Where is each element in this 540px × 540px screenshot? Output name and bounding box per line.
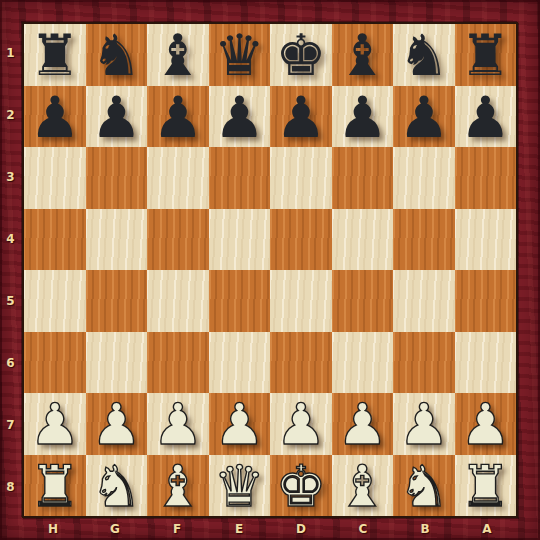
square-G5[interactable] [86,270,148,332]
piece-black-rook[interactable]: ♜ [29,27,80,84]
square-F8[interactable]: ♝ [147,455,209,517]
piece-white-pawn[interactable]: ♟ [398,396,449,453]
square-E4[interactable] [209,209,271,271]
square-C3[interactable] [332,147,394,209]
square-H1[interactable]: ♜ [24,24,86,86]
square-G4[interactable] [86,209,148,271]
square-E8[interactable]: ♛ [209,455,271,517]
square-B2[interactable]: ♟ [393,86,455,148]
square-H2[interactable]: ♟ [24,86,86,148]
rank-label-6: 6 [0,332,21,394]
square-H5[interactable] [24,270,86,332]
rank-label-1: 1 [0,22,21,84]
square-B8[interactable]: ♞ [393,455,455,517]
square-C2[interactable]: ♟ [332,86,394,148]
square-H3[interactable] [24,147,86,209]
square-D3[interactable] [270,147,332,209]
rank-label-2: 2 [0,84,21,146]
square-G8[interactable]: ♞ [86,455,148,517]
rank-label-3: 3 [0,146,21,208]
square-G2[interactable]: ♟ [86,86,148,148]
piece-white-pawn[interactable]: ♟ [214,396,265,453]
piece-black-king[interactable]: ♚ [275,27,326,84]
square-E7[interactable]: ♟ [209,393,271,455]
square-G6[interactable] [86,332,148,394]
piece-white-knight[interactable]: ♞ [398,458,449,515]
square-F3[interactable] [147,147,209,209]
piece-black-knight[interactable]: ♞ [398,27,449,84]
square-A4[interactable] [455,209,517,271]
square-C8[interactable]: ♝ [332,455,394,517]
piece-black-rook[interactable]: ♜ [460,27,511,84]
square-G3[interactable] [86,147,148,209]
piece-black-bishop[interactable]: ♝ [337,27,388,84]
file-label-C: C [332,519,394,539]
piece-white-bishop[interactable]: ♝ [152,458,203,515]
piece-black-pawn[interactable]: ♟ [29,89,80,146]
square-H4[interactable] [24,209,86,271]
square-F7[interactable]: ♟ [147,393,209,455]
piece-black-bishop[interactable]: ♝ [152,27,203,84]
square-B7[interactable]: ♟ [393,393,455,455]
piece-white-pawn[interactable]: ♟ [29,396,80,453]
square-F5[interactable] [147,270,209,332]
square-B5[interactable] [393,270,455,332]
square-A5[interactable] [455,270,517,332]
square-B6[interactable] [393,332,455,394]
file-label-E: E [208,519,270,539]
piece-black-queen[interactable]: ♛ [214,27,265,84]
square-A1[interactable]: ♜ [455,24,517,86]
square-E1[interactable]: ♛ [209,24,271,86]
square-F4[interactable] [147,209,209,271]
square-B1[interactable]: ♞ [393,24,455,86]
rank-label-7: 7 [0,394,21,456]
piece-black-pawn[interactable]: ♟ [275,89,326,146]
piece-white-queen[interactable]: ♛ [214,458,265,515]
square-H6[interactable] [24,332,86,394]
file-label-H: H [22,519,84,539]
file-label-A: A [456,519,518,539]
chess-app: ♜♞♝♛♚♝♞♜♟♟♟♟♟♟♟♟♟♟♟♟♟♟♟♟♜♞♝♛♚♝♞♜ 1234567… [0,0,540,540]
square-D1[interactable]: ♚ [270,24,332,86]
square-A3[interactable] [455,147,517,209]
piece-white-rook[interactable]: ♜ [29,458,80,515]
piece-white-knight[interactable]: ♞ [91,458,142,515]
file-label-F: F [146,519,208,539]
piece-white-bishop[interactable]: ♝ [337,458,388,515]
square-D8[interactable]: ♚ [270,455,332,517]
square-A7[interactable]: ♟ [455,393,517,455]
file-label-D: D [270,519,332,539]
piece-white-pawn[interactable]: ♟ [152,396,203,453]
square-B3[interactable] [393,147,455,209]
piece-white-pawn[interactable]: ♟ [91,396,142,453]
square-C7[interactable]: ♟ [332,393,394,455]
piece-black-knight[interactable]: ♞ [91,27,142,84]
square-E6[interactable] [209,332,271,394]
square-A8[interactable]: ♜ [455,455,517,517]
piece-black-pawn[interactable]: ♟ [460,89,511,146]
square-E2[interactable]: ♟ [209,86,271,148]
square-A6[interactable] [455,332,517,394]
square-E3[interactable] [209,147,271,209]
square-D6[interactable] [270,332,332,394]
piece-white-pawn[interactable]: ♟ [337,396,388,453]
square-F2[interactable]: ♟ [147,86,209,148]
file-label-B: B [394,519,456,539]
square-C1[interactable]: ♝ [332,24,394,86]
piece-black-pawn[interactable]: ♟ [152,89,203,146]
piece-black-pawn[interactable]: ♟ [398,89,449,146]
piece-black-pawn[interactable]: ♟ [337,89,388,146]
square-E5[interactable] [209,270,271,332]
square-D2[interactable]: ♟ [270,86,332,148]
chess-board: ♜♞♝♛♚♝♞♜♟♟♟♟♟♟♟♟♟♟♟♟♟♟♟♟♜♞♝♛♚♝♞♜ [22,22,518,518]
rank-label-4: 4 [0,208,21,270]
square-D7[interactable]: ♟ [270,393,332,455]
piece-black-pawn[interactable]: ♟ [91,89,142,146]
rank-label-5: 5 [0,270,21,332]
square-D5[interactable] [270,270,332,332]
square-C4[interactable] [332,209,394,271]
square-G7[interactable]: ♟ [86,393,148,455]
piece-white-pawn[interactable]: ♟ [275,396,326,453]
rank-label-8: 8 [0,456,21,518]
square-H7[interactable]: ♟ [24,393,86,455]
square-D4[interactable] [270,209,332,271]
square-B4[interactable] [393,209,455,271]
piece-white-king[interactable]: ♚ [275,458,326,515]
square-H8[interactable]: ♜ [24,455,86,517]
piece-white-pawn[interactable]: ♟ [460,396,511,453]
file-label-G: G [84,519,146,539]
piece-black-pawn[interactable]: ♟ [214,89,265,146]
square-F1[interactable]: ♝ [147,24,209,86]
square-F6[interactable] [147,332,209,394]
square-A2[interactable]: ♟ [455,86,517,148]
square-C6[interactable] [332,332,394,394]
square-C5[interactable] [332,270,394,332]
piece-white-rook[interactable]: ♜ [460,458,511,515]
square-G1[interactable]: ♞ [86,24,148,86]
